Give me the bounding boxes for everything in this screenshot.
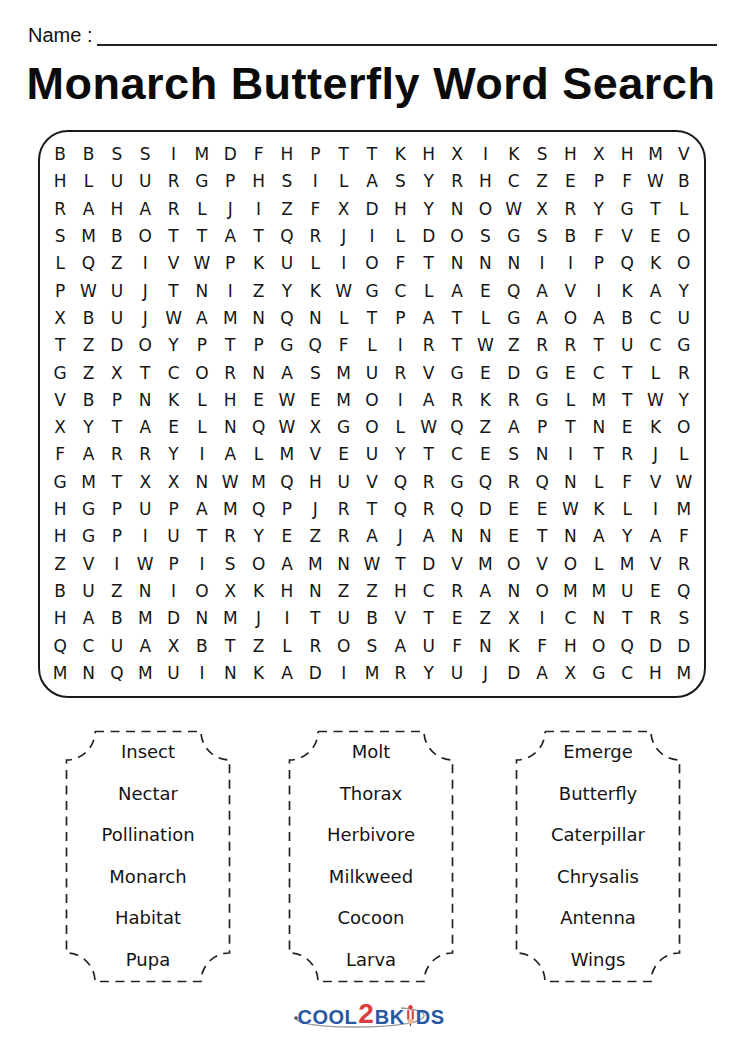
grid-cell-r2c8[interactable]: H: [244, 168, 272, 195]
grid-cell-r3c9[interactable]: Z: [273, 196, 301, 223]
grid-cell-r15c18[interactable]: T: [528, 523, 556, 550]
grid-cell-r1c2[interactable]: B: [74, 141, 102, 168]
grid-cell-r4c19[interactable]: B: [556, 223, 584, 250]
grid-cell-r9c10[interactable]: S: [301, 359, 329, 386]
grid-cell-r4c17[interactable]: G: [500, 223, 528, 250]
grid-cell-r14c18[interactable]: E: [528, 496, 556, 523]
grid-cell-r7c23[interactable]: U: [670, 305, 698, 332]
grid-cell-r6c17[interactable]: Q: [500, 277, 528, 304]
grid-cell-r17c14[interactable]: C: [415, 578, 443, 605]
grid-cell-r12c7[interactable]: A: [216, 441, 244, 468]
grid-cell-r17c17[interactable]: N: [500, 578, 528, 605]
grid-cell-r18c11[interactable]: U: [329, 605, 357, 632]
grid-cell-r16c9[interactable]: A: [273, 550, 301, 577]
grid-cell-r17c22[interactable]: E: [641, 578, 669, 605]
grid-cell-r5c21[interactable]: Q: [613, 250, 641, 277]
grid-cell-r13c11[interactable]: U: [329, 469, 357, 496]
grid-cell-r6c23[interactable]: Y: [670, 277, 698, 304]
grid-cell-r12c5[interactable]: Y: [159, 441, 187, 468]
grid-cell-r6c13[interactable]: C: [386, 277, 414, 304]
grid-cell-r14c10[interactable]: J: [301, 496, 329, 523]
grid-cell-r3c10[interactable]: F: [301, 196, 329, 223]
grid-cell-r19c23[interactable]: D: [670, 632, 698, 659]
grid-cell-r8c12[interactable]: L: [358, 332, 386, 359]
grid-cell-r4c14[interactable]: D: [415, 223, 443, 250]
grid-cell-r12c3[interactable]: R: [103, 441, 131, 468]
grid-cell-r9c2[interactable]: Z: [74, 359, 102, 386]
grid-cell-r10c9[interactable]: W: [273, 387, 301, 414]
grid-cell-r10c17[interactable]: R: [500, 387, 528, 414]
grid-cell-r17c5[interactable]: I: [159, 578, 187, 605]
grid-cell-r10c4[interactable]: N: [131, 387, 159, 414]
grid-cell-r8c4[interactable]: O: [131, 332, 159, 359]
grid-cell-r13c7[interactable]: W: [216, 469, 244, 496]
grid-cell-r5c8[interactable]: K: [244, 250, 272, 277]
grid-cell-r14c20[interactable]: K: [585, 496, 613, 523]
grid-cell-r9c21[interactable]: T: [613, 359, 641, 386]
grid-cell-r11c5[interactable]: E: [159, 414, 187, 441]
grid-cell-r3c23[interactable]: L: [670, 196, 698, 223]
grid-cell-r7c21[interactable]: B: [613, 305, 641, 332]
grid-cell-r16c4[interactable]: W: [131, 550, 159, 577]
grid-cell-r20c7[interactable]: N: [216, 660, 244, 687]
grid-cell-r5c12[interactable]: O: [358, 250, 386, 277]
grid-cell-r13c12[interactable]: V: [358, 469, 386, 496]
grid-cell-r13c6[interactable]: N: [188, 469, 216, 496]
grid-cell-r4c9[interactable]: Q: [273, 223, 301, 250]
grid-cell-r2c1[interactable]: H: [46, 168, 74, 195]
grid-cell-r11c11[interactable]: G: [329, 414, 357, 441]
grid-cell-r1c7[interactable]: D: [216, 141, 244, 168]
grid-cell-r19c9[interactable]: L: [273, 632, 301, 659]
grid-cell-r7c1[interactable]: X: [46, 305, 74, 332]
grid-cell-r8c9[interactable]: G: [273, 332, 301, 359]
grid-cell-r15c9[interactable]: E: [273, 523, 301, 550]
grid-cell-r17c8[interactable]: K: [244, 578, 272, 605]
name-input-line[interactable]: [97, 26, 717, 46]
grid-cell-r4c2[interactable]: M: [74, 223, 102, 250]
grid-cell-r2c9[interactable]: S: [273, 168, 301, 195]
grid-cell-r5c18[interactable]: I: [528, 250, 556, 277]
grid-cell-r3c3[interactable]: H: [103, 196, 131, 223]
grid-cell-r9c9[interactable]: A: [273, 359, 301, 386]
grid-cell-r7c8[interactable]: N: [244, 305, 272, 332]
grid-cell-r16c18[interactable]: V: [528, 550, 556, 577]
grid-cell-r11c7[interactable]: N: [216, 414, 244, 441]
grid-cell-r7c13[interactable]: P: [386, 305, 414, 332]
grid-cell-r7c17[interactable]: G: [500, 305, 528, 332]
grid-cell-r19c4[interactable]: A: [131, 632, 159, 659]
grid-cell-r15c7[interactable]: R: [216, 523, 244, 550]
grid-cell-r5c7[interactable]: P: [216, 250, 244, 277]
grid-cell-r16c23[interactable]: R: [670, 550, 698, 577]
grid-cell-r13c21[interactable]: F: [613, 469, 641, 496]
grid-cell-r3c18[interactable]: X: [528, 196, 556, 223]
grid-cell-r15c3[interactable]: P: [103, 523, 131, 550]
grid-cell-r3c17[interactable]: W: [500, 196, 528, 223]
grid-cell-r17c12[interactable]: Z: [358, 578, 386, 605]
grid-cell-r20c10[interactable]: D: [301, 660, 329, 687]
grid-cell-r18c4[interactable]: M: [131, 605, 159, 632]
grid-cell-r6c11[interactable]: W: [329, 277, 357, 304]
grid-cell-r19c3[interactable]: U: [103, 632, 131, 659]
grid-cell-r7c9[interactable]: Q: [273, 305, 301, 332]
grid-cell-r11c14[interactable]: W: [415, 414, 443, 441]
grid-cell-r5c1[interactable]: L: [46, 250, 74, 277]
grid-cell-r15c2[interactable]: G: [74, 523, 102, 550]
grid-cell-r13c2[interactable]: M: [74, 469, 102, 496]
grid-cell-r20c1[interactable]: M: [46, 660, 74, 687]
grid-cell-r6c18[interactable]: A: [528, 277, 556, 304]
grid-cell-r4c18[interactable]: S: [528, 223, 556, 250]
grid-cell-r13c19[interactable]: N: [556, 469, 584, 496]
grid-cell-r3c11[interactable]: X: [329, 196, 357, 223]
grid-cell-r14c1[interactable]: H: [46, 496, 74, 523]
grid-cell-r5c3[interactable]: Z: [103, 250, 131, 277]
grid-cell-r18c3[interactable]: B: [103, 605, 131, 632]
grid-cell-r14c12[interactable]: T: [358, 496, 386, 523]
grid-cell-r20c9[interactable]: A: [273, 660, 301, 687]
grid-cell-r6c3[interactable]: U: [103, 277, 131, 304]
grid-cell-r9c18[interactable]: G: [528, 359, 556, 386]
grid-cell-r10c3[interactable]: P: [103, 387, 131, 414]
grid-cell-r19c7[interactable]: T: [216, 632, 244, 659]
grid-cell-r11c19[interactable]: T: [556, 414, 584, 441]
grid-cell-r17c15[interactable]: R: [443, 578, 471, 605]
grid-cell-r1c19[interactable]: H: [556, 141, 584, 168]
grid-cell-r11c4[interactable]: A: [131, 414, 159, 441]
grid-cell-r9c5[interactable]: C: [159, 359, 187, 386]
grid-cell-r20c18[interactable]: A: [528, 660, 556, 687]
grid-cell-r7c14[interactable]: A: [415, 305, 443, 332]
grid-cell-r16c20[interactable]: L: [585, 550, 613, 577]
grid-cell-r6c22[interactable]: A: [641, 277, 669, 304]
grid-cell-r7c11[interactable]: L: [329, 305, 357, 332]
grid-cell-r8c18[interactable]: R: [528, 332, 556, 359]
grid-cell-r20c12[interactable]: M: [358, 660, 386, 687]
grid-cell-r10c22[interactable]: W: [641, 387, 669, 414]
grid-cell-r4c6[interactable]: T: [188, 223, 216, 250]
grid-cell-r7c18[interactable]: A: [528, 305, 556, 332]
grid-cell-r12c12[interactable]: U: [358, 441, 386, 468]
grid-cell-r5c16[interactable]: N: [471, 250, 499, 277]
grid-cell-r12c11[interactable]: E: [329, 441, 357, 468]
grid-cell-r18c14[interactable]: T: [415, 605, 443, 632]
grid-cell-r2c15[interactable]: R: [443, 168, 471, 195]
grid-cell-r9c7[interactable]: R: [216, 359, 244, 386]
grid-cell-r8c20[interactable]: T: [585, 332, 613, 359]
grid-cell-r6c21[interactable]: K: [613, 277, 641, 304]
grid-cell-r18c8[interactable]: J: [244, 605, 272, 632]
grid-cell-r14c3[interactable]: P: [103, 496, 131, 523]
grid-cell-r5c14[interactable]: T: [415, 250, 443, 277]
grid-cell-r11c1[interactable]: X: [46, 414, 74, 441]
grid-cell-r11c21[interactable]: E: [613, 414, 641, 441]
grid-cell-r1c16[interactable]: I: [471, 141, 499, 168]
grid-cell-r8c17[interactable]: Z: [500, 332, 528, 359]
grid-cell-r10c8[interactable]: E: [244, 387, 272, 414]
grid-cell-r12c15[interactable]: C: [443, 441, 471, 468]
grid-cell-r7c4[interactable]: J: [131, 305, 159, 332]
grid-cell-r3c13[interactable]: H: [386, 196, 414, 223]
grid-cell-r2c7[interactable]: P: [216, 168, 244, 195]
grid-cell-r17c9[interactable]: H: [273, 578, 301, 605]
grid-cell-r2c11[interactable]: L: [329, 168, 357, 195]
grid-cell-r18c19[interactable]: C: [556, 605, 584, 632]
grid-cell-r11c18[interactable]: P: [528, 414, 556, 441]
grid-cell-r11c9[interactable]: W: [273, 414, 301, 441]
grid-cell-r16c22[interactable]: V: [641, 550, 669, 577]
grid-cell-r3c4[interactable]: A: [131, 196, 159, 223]
grid-cell-r13c8[interactable]: M: [244, 469, 272, 496]
grid-cell-r18c12[interactable]: B: [358, 605, 386, 632]
grid-cell-r1c1[interactable]: B: [46, 141, 74, 168]
grid-cell-r10c10[interactable]: E: [301, 387, 329, 414]
grid-cell-r4c8[interactable]: T: [244, 223, 272, 250]
grid-cell-r9c12[interactable]: U: [358, 359, 386, 386]
grid-cell-r14c22[interactable]: I: [641, 496, 669, 523]
grid-cell-r3c8[interactable]: I: [244, 196, 272, 223]
grid-cell-r11c23[interactable]: O: [670, 414, 698, 441]
grid-cell-r16c3[interactable]: I: [103, 550, 131, 577]
grid-cell-r14c16[interactable]: D: [471, 496, 499, 523]
grid-cell-r18c17[interactable]: X: [500, 605, 528, 632]
grid-cell-r7c5[interactable]: W: [159, 305, 187, 332]
grid-cell-r9c13[interactable]: R: [386, 359, 414, 386]
grid-cell-r17c1[interactable]: B: [46, 578, 74, 605]
grid-cell-r8c6[interactable]: P: [188, 332, 216, 359]
grid-cell-r13c18[interactable]: Q: [528, 469, 556, 496]
grid-cell-r8c5[interactable]: Y: [159, 332, 187, 359]
grid-cell-r15c19[interactable]: N: [556, 523, 584, 550]
grid-cell-r4c3[interactable]: B: [103, 223, 131, 250]
grid-cell-r10c14[interactable]: A: [415, 387, 443, 414]
grid-cell-r12c9[interactable]: M: [273, 441, 301, 468]
grid-cell-r5c17[interactable]: N: [500, 250, 528, 277]
grid-cell-r19c6[interactable]: B: [188, 632, 216, 659]
grid-cell-r20c13[interactable]: R: [386, 660, 414, 687]
grid-cell-r10c20[interactable]: M: [585, 387, 613, 414]
grid-cell-r20c23[interactable]: M: [670, 660, 698, 687]
grid-cell-r19c12[interactable]: S: [358, 632, 386, 659]
grid-cell-r13c22[interactable]: V: [641, 469, 669, 496]
grid-cell-r3c1[interactable]: R: [46, 196, 74, 223]
grid-cell-r18c7[interactable]: M: [216, 605, 244, 632]
grid-cell-r15c23[interactable]: F: [670, 523, 698, 550]
grid-cell-r18c23[interactable]: S: [670, 605, 698, 632]
grid-cell-r11c17[interactable]: A: [500, 414, 528, 441]
grid-cell-r4c21[interactable]: V: [613, 223, 641, 250]
grid-cell-r14c21[interactable]: L: [613, 496, 641, 523]
grid-cell-r14c2[interactable]: G: [74, 496, 102, 523]
grid-cell-r17c13[interactable]: H: [386, 578, 414, 605]
grid-cell-r19c19[interactable]: H: [556, 632, 584, 659]
grid-cell-r13c15[interactable]: G: [443, 469, 471, 496]
grid-cell-r2c17[interactable]: C: [500, 168, 528, 195]
grid-cell-r2c12[interactable]: A: [358, 168, 386, 195]
grid-cell-r15c4[interactable]: I: [131, 523, 159, 550]
grid-cell-r4c15[interactable]: O: [443, 223, 471, 250]
grid-cell-r9c15[interactable]: G: [443, 359, 471, 386]
grid-cell-r5c19[interactable]: I: [556, 250, 584, 277]
grid-cell-r17c10[interactable]: N: [301, 578, 329, 605]
grid-cell-r1c12[interactable]: T: [358, 141, 386, 168]
grid-cell-r11c20[interactable]: N: [585, 414, 613, 441]
grid-cell-r5c10[interactable]: L: [301, 250, 329, 277]
grid-cell-r9c20[interactable]: C: [585, 359, 613, 386]
grid-cell-r18c9[interactable]: I: [273, 605, 301, 632]
grid-cell-r1c4[interactable]: S: [131, 141, 159, 168]
grid-cell-r9c8[interactable]: N: [244, 359, 272, 386]
grid-cell-r6c15[interactable]: A: [443, 277, 471, 304]
grid-cell-r20c5[interactable]: U: [159, 660, 187, 687]
grid-cell-r14c13[interactable]: Q: [386, 496, 414, 523]
grid-cell-r15c8[interactable]: Y: [244, 523, 272, 550]
grid-cell-r8c14[interactable]: R: [415, 332, 443, 359]
grid-cell-r9c16[interactable]: E: [471, 359, 499, 386]
grid-cell-r3c16[interactable]: O: [471, 196, 499, 223]
grid-cell-r10c15[interactable]: R: [443, 387, 471, 414]
grid-cell-r16c6[interactable]: I: [188, 550, 216, 577]
grid-cell-r18c22[interactable]: R: [641, 605, 669, 632]
grid-cell-r16c21[interactable]: M: [613, 550, 641, 577]
grid-cell-r19c11[interactable]: O: [329, 632, 357, 659]
grid-cell-r12c23[interactable]: L: [670, 441, 698, 468]
grid-cell-r16c11[interactable]: N: [329, 550, 357, 577]
grid-cell-r1c11[interactable]: T: [329, 141, 357, 168]
grid-cell-r14c4[interactable]: U: [131, 496, 159, 523]
grid-cell-r20c3[interactable]: Q: [103, 660, 131, 687]
grid-cell-r11c6[interactable]: L: [188, 414, 216, 441]
grid-cell-r18c5[interactable]: D: [159, 605, 187, 632]
grid-cell-r5c4[interactable]: I: [131, 250, 159, 277]
grid-cell-r20c15[interactable]: U: [443, 660, 471, 687]
grid-cell-r13c5[interactable]: X: [159, 469, 187, 496]
grid-cell-r4c10[interactable]: R: [301, 223, 329, 250]
grid-cell-r15c17[interactable]: E: [500, 523, 528, 550]
grid-cell-r15c10[interactable]: Z: [301, 523, 329, 550]
grid-cell-r19c13[interactable]: A: [386, 632, 414, 659]
grid-cell-r1c21[interactable]: H: [613, 141, 641, 168]
grid-cell-r19c1[interactable]: Q: [46, 632, 74, 659]
grid-cell-r19c5[interactable]: X: [159, 632, 187, 659]
grid-cell-r6c8[interactable]: Z: [244, 277, 272, 304]
grid-cell-r5c2[interactable]: Q: [74, 250, 102, 277]
grid-cell-r18c1[interactable]: H: [46, 605, 74, 632]
grid-cell-r16c17[interactable]: O: [500, 550, 528, 577]
grid-cell-r13c4[interactable]: X: [131, 469, 159, 496]
grid-cell-r11c16[interactable]: Z: [471, 414, 499, 441]
grid-cell-r14c15[interactable]: Q: [443, 496, 471, 523]
grid-cell-r6c12[interactable]: G: [358, 277, 386, 304]
grid-cell-r8c22[interactable]: C: [641, 332, 669, 359]
grid-cell-r9c17[interactable]: D: [500, 359, 528, 386]
grid-cell-r18c2[interactable]: A: [74, 605, 102, 632]
grid-cell-r10c19[interactable]: L: [556, 387, 584, 414]
grid-cell-r18c13[interactable]: V: [386, 605, 414, 632]
grid-cell-r10c7[interactable]: H: [216, 387, 244, 414]
grid-cell-r2c14[interactable]: Y: [415, 168, 443, 195]
grid-cell-r11c8[interactable]: Q: [244, 414, 272, 441]
grid-cell-r2c21[interactable]: F: [613, 168, 641, 195]
grid-cell-r19c21[interactable]: Q: [613, 632, 641, 659]
grid-cell-r13c17[interactable]: R: [500, 469, 528, 496]
grid-cell-r1c5[interactable]: I: [159, 141, 187, 168]
grid-cell-r17c4[interactable]: N: [131, 578, 159, 605]
grid-cell-r18c16[interactable]: Z: [471, 605, 499, 632]
grid-cell-r3c20[interactable]: Y: [585, 196, 613, 223]
grid-cell-r4c7[interactable]: A: [216, 223, 244, 250]
grid-cell-r16c5[interactable]: P: [159, 550, 187, 577]
grid-cell-r8c13[interactable]: I: [386, 332, 414, 359]
grid-cell-r10c1[interactable]: V: [46, 387, 74, 414]
grid-cell-r10c21[interactable]: T: [613, 387, 641, 414]
grid-cell-r12c10[interactable]: V: [301, 441, 329, 468]
grid-cell-r12c18[interactable]: N: [528, 441, 556, 468]
grid-cell-r15c21[interactable]: Y: [613, 523, 641, 550]
grid-cell-r7c12[interactable]: T: [358, 305, 386, 332]
grid-cell-r15c16[interactable]: N: [471, 523, 499, 550]
grid-cell-r4c23[interactable]: O: [670, 223, 698, 250]
grid-cell-r10c11[interactable]: M: [329, 387, 357, 414]
grid-cell-r5c20[interactable]: P: [585, 250, 613, 277]
grid-cell-r11c2[interactable]: Y: [74, 414, 102, 441]
grid-cell-r17c2[interactable]: U: [74, 578, 102, 605]
grid-cell-r7c2[interactable]: B: [74, 305, 102, 332]
grid-cell-r2c16[interactable]: H: [471, 168, 499, 195]
grid-cell-r2c2[interactable]: L: [74, 168, 102, 195]
grid-cell-r9c22[interactable]: L: [641, 359, 669, 386]
grid-cell-r20c11[interactable]: I: [329, 660, 357, 687]
grid-cell-r1c15[interactable]: X: [443, 141, 471, 168]
grid-cell-r13c3[interactable]: T: [103, 469, 131, 496]
grid-cell-r6c20[interactable]: I: [585, 277, 613, 304]
grid-cell-r4c12[interactable]: I: [358, 223, 386, 250]
grid-cell-r4c1[interactable]: S: [46, 223, 74, 250]
grid-cell-r15c1[interactable]: H: [46, 523, 74, 550]
grid-cell-r1c22[interactable]: M: [641, 141, 669, 168]
grid-cell-r13c9[interactable]: Q: [273, 469, 301, 496]
grid-cell-r12c1[interactable]: F: [46, 441, 74, 468]
grid-cell-r12c17[interactable]: S: [500, 441, 528, 468]
grid-cell-r9c19[interactable]: E: [556, 359, 584, 386]
grid-cell-r19c14[interactable]: U: [415, 632, 443, 659]
grid-cell-r2c18[interactable]: Z: [528, 168, 556, 195]
grid-cell-r8c16[interactable]: W: [471, 332, 499, 359]
grid-cell-r5c15[interactable]: N: [443, 250, 471, 277]
grid-cell-r4c16[interactable]: S: [471, 223, 499, 250]
grid-cell-r9c23[interactable]: R: [670, 359, 698, 386]
grid-cell-r1c18[interactable]: S: [528, 141, 556, 168]
grid-cell-r20c6[interactable]: I: [188, 660, 216, 687]
grid-cell-r5c5[interactable]: V: [159, 250, 187, 277]
grid-cell-r15c12[interactable]: A: [358, 523, 386, 550]
grid-cell-r7c3[interactable]: U: [103, 305, 131, 332]
grid-cell-r17c23[interactable]: Q: [670, 578, 698, 605]
grid-cell-r1c14[interactable]: H: [415, 141, 443, 168]
grid-cell-r14c7[interactable]: M: [216, 496, 244, 523]
grid-cell-r13c10[interactable]: H: [301, 469, 329, 496]
grid-cell-r19c16[interactable]: N: [471, 632, 499, 659]
grid-cell-r14c5[interactable]: P: [159, 496, 187, 523]
grid-cell-r19c10[interactable]: R: [301, 632, 329, 659]
grid-cell-r12c4[interactable]: R: [131, 441, 159, 468]
grid-cell-r15c6[interactable]: T: [188, 523, 216, 550]
grid-cell-r11c13[interactable]: L: [386, 414, 414, 441]
grid-cell-r20c14[interactable]: Y: [415, 660, 443, 687]
grid-cell-r20c20[interactable]: G: [585, 660, 613, 687]
grid-cell-r16c15[interactable]: V: [443, 550, 471, 577]
